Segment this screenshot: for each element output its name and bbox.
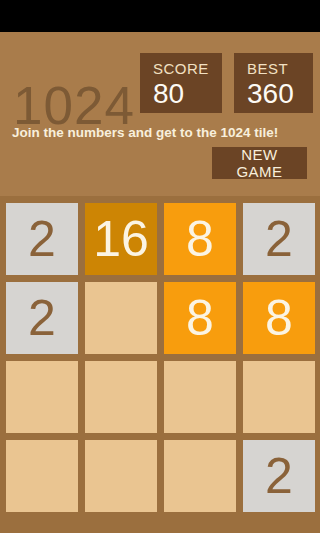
score-box: SCORE 80 bbox=[140, 53, 222, 113]
best-label: BEST bbox=[247, 60, 313, 77]
tile-8-r2c4: 8 bbox=[243, 282, 315, 354]
empty-cell-r4c1 bbox=[6, 440, 78, 512]
best-box: BEST 360 bbox=[234, 53, 313, 113]
empty-cell-r4c2 bbox=[85, 440, 157, 512]
tile-8-r1c3: 8 bbox=[164, 203, 236, 275]
empty-cell-r4c3 bbox=[164, 440, 236, 512]
empty-cell-r3c3 bbox=[164, 361, 236, 433]
score-label: SCORE bbox=[153, 60, 222, 77]
tile-2-r1c4: 2 bbox=[243, 203, 315, 275]
new-game-button[interactable]: NEW GAME bbox=[212, 147, 307, 179]
game-board[interactable]: 216822882 bbox=[0, 196, 320, 533]
empty-cell-r2c2 bbox=[85, 282, 157, 354]
score-value: 80 bbox=[153, 78, 222, 110]
app-screen: 1024 SCORE 80 BEST 360 Join the numbers … bbox=[0, 0, 320, 533]
header: 1024 SCORE 80 BEST 360 Join the numbers … bbox=[0, 32, 320, 196]
best-value: 360 bbox=[247, 78, 313, 110]
empty-cell-r3c1 bbox=[6, 361, 78, 433]
instruction-text: Join the numbers and get to the 1024 til… bbox=[12, 125, 278, 140]
tile-16-r1c2: 16 bbox=[85, 203, 157, 275]
tile-8-r2c3: 8 bbox=[164, 282, 236, 354]
tile-2-r1c1: 2 bbox=[6, 203, 78, 275]
empty-cell-r3c2 bbox=[85, 361, 157, 433]
tile-2-r4c4: 2 bbox=[243, 440, 315, 512]
empty-cell-r3c4 bbox=[243, 361, 315, 433]
tile-2-r2c1: 2 bbox=[6, 282, 78, 354]
status-bar bbox=[0, 0, 320, 32]
board-grid: 216822882 bbox=[6, 203, 315, 512]
